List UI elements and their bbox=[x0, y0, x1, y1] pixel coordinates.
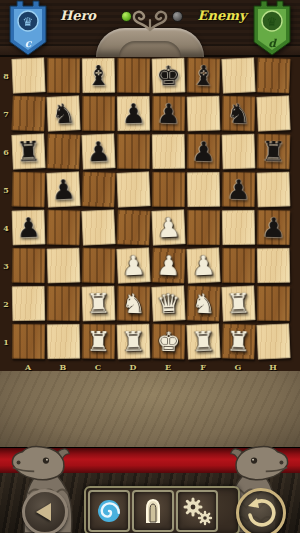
undo-button[interactable] bbox=[236, 488, 286, 533]
dark-tile bbox=[12, 248, 46, 284]
dark-tile: ♚ bbox=[152, 324, 186, 360]
piece-white-pawn[interactable]: ♟ bbox=[191, 252, 216, 280]
piece-black-king[interactable]: ♚ bbox=[156, 62, 181, 90]
light-tile bbox=[81, 209, 116, 245]
light-tile bbox=[257, 248, 291, 284]
light-tile: ♜ bbox=[186, 323, 221, 359]
light-tile bbox=[47, 324, 81, 360]
square-f5[interactable] bbox=[186, 171, 221, 209]
light-tile bbox=[186, 95, 220, 131]
square-g1[interactable]: ♜ bbox=[221, 323, 256, 361]
square-e3[interactable]: ♟ bbox=[151, 247, 186, 285]
square-c8[interactable]: ♝ bbox=[81, 57, 116, 95]
light-tile: ♟ bbox=[151, 209, 185, 245]
light-tile: ♜ bbox=[81, 285, 115, 321]
square-g5[interactable]: ♟ bbox=[221, 171, 256, 209]
square-b8[interactable] bbox=[46, 57, 81, 95]
blue-spiral-icon bbox=[93, 495, 125, 527]
dark-tile bbox=[47, 210, 81, 246]
dark-tile bbox=[222, 248, 256, 284]
piece-black-bishop[interactable]: ♝ bbox=[86, 62, 111, 90]
light-tile bbox=[46, 247, 80, 283]
light-tile: ♟ bbox=[116, 247, 151, 283]
square-a6[interactable]: ♜ bbox=[11, 133, 46, 171]
piece-black-knight[interactable]: ♞ bbox=[226, 100, 251, 128]
square-g4[interactable] bbox=[221, 209, 256, 247]
square-h3[interactable] bbox=[256, 247, 291, 285]
rank-label-6: 6 bbox=[2, 147, 10, 157]
arch-door-icon bbox=[137, 495, 169, 527]
piece-white-rook[interactable]: ♜ bbox=[226, 290, 251, 318]
piece-white-rook[interactable]: ♜ bbox=[191, 327, 216, 355]
piece-white-knight[interactable]: ♞ bbox=[191, 290, 216, 318]
square-h2[interactable] bbox=[256, 285, 291, 323]
square-b2[interactable] bbox=[46, 285, 81, 323]
parchment-panel bbox=[0, 371, 300, 448]
piece-white-rook[interactable]: ♜ bbox=[86, 290, 111, 318]
piece-white-knight[interactable]: ♞ bbox=[121, 290, 146, 318]
light-tile bbox=[256, 171, 290, 207]
square-h1[interactable] bbox=[256, 323, 291, 361]
rank-label-7: 7 bbox=[2, 109, 10, 119]
piece-black-rook[interactable]: ♜ bbox=[16, 137, 41, 165]
square-a3[interactable] bbox=[11, 247, 46, 285]
square-c2[interactable]: ♜ bbox=[81, 285, 116, 323]
dark-tile: ♝ bbox=[187, 58, 221, 94]
square-f1[interactable]: ♜ bbox=[186, 323, 221, 361]
square-g3[interactable] bbox=[221, 247, 256, 285]
square-e4[interactable]: ♟ bbox=[151, 209, 186, 247]
square-a1[interactable] bbox=[11, 323, 46, 361]
light-tile: ♜ bbox=[116, 323, 150, 359]
square-d5[interactable] bbox=[116, 171, 151, 209]
square-a7[interactable] bbox=[11, 95, 46, 133]
undo-arrow-icon bbox=[244, 496, 278, 530]
light-tile: ♜ bbox=[221, 285, 255, 321]
dark-tile: ♜ bbox=[257, 134, 291, 170]
square-e5[interactable] bbox=[151, 171, 186, 209]
light-tile: ♟ bbox=[186, 247, 220, 283]
square-c6[interactable]: ♟ bbox=[81, 133, 116, 171]
light-tile bbox=[222, 210, 256, 246]
square-f4[interactable] bbox=[186, 209, 221, 247]
dark-tile: ♞ bbox=[186, 285, 220, 321]
square-h7[interactable] bbox=[256, 95, 291, 133]
square-d2[interactable]: ♞ bbox=[116, 285, 151, 323]
piece-black-rook[interactable]: ♜ bbox=[261, 138, 286, 166]
square-f8[interactable]: ♝ bbox=[186, 57, 221, 95]
square-e2[interactable]: ♛ bbox=[151, 285, 186, 323]
light-tile: ♟ bbox=[81, 133, 115, 169]
dark-tile bbox=[12, 172, 46, 208]
dark-tile: ♜ bbox=[221, 323, 255, 359]
themes-button[interactable] bbox=[132, 490, 174, 532]
dark-tile: ♟ bbox=[257, 210, 291, 246]
light-tile bbox=[256, 323, 290, 359]
piece-white-king[interactable]: ♚ bbox=[156, 328, 181, 356]
dark-tile: ♟ bbox=[151, 247, 185, 283]
enemy-banner-letter: d bbox=[268, 37, 277, 50]
square-a5[interactable] bbox=[11, 171, 46, 209]
square-e6[interactable] bbox=[151, 133, 186, 171]
light-tile: ♜ bbox=[11, 133, 46, 169]
piece-white-rook[interactable]: ♜ bbox=[121, 328, 146, 356]
light-tile: ♛ bbox=[151, 285, 186, 321]
square-d3[interactable]: ♟ bbox=[116, 247, 151, 285]
square-h8[interactable] bbox=[256, 57, 291, 95]
piece-black-knight[interactable]: ♞ bbox=[51, 100, 76, 128]
rank-label-2: 2 bbox=[2, 299, 10, 309]
piece-black-bishop[interactable]: ♝ bbox=[191, 62, 216, 90]
dark-tile bbox=[187, 210, 221, 246]
light-tile bbox=[152, 134, 186, 170]
square-f6[interactable]: ♟ bbox=[186, 133, 221, 171]
square-b7[interactable]: ♞ bbox=[46, 95, 81, 133]
dark-tile bbox=[117, 134, 151, 170]
scroll-ornament-icon bbox=[127, 8, 173, 32]
dark-tile bbox=[12, 324, 46, 360]
dark-tile: ♜ bbox=[82, 324, 116, 360]
enemy-name: Enemy bbox=[192, 8, 252, 23]
dark-tile bbox=[11, 95, 45, 131]
back-button[interactable] bbox=[22, 489, 68, 533]
piece-black-pawn[interactable]: ♟ bbox=[156, 100, 181, 128]
light-tile: ♟ bbox=[11, 209, 45, 245]
enemy-banner: ♛ d bbox=[252, 0, 292, 57]
piece-black-pawn[interactable]: ♟ bbox=[51, 175, 76, 203]
piece-white-pawn[interactable]: ♟ bbox=[121, 251, 146, 279]
settings-button[interactable] bbox=[176, 490, 218, 532]
square-d4[interactable] bbox=[116, 209, 151, 247]
dark-tile bbox=[47, 58, 81, 94]
piece-white-pawn[interactable]: ♟ bbox=[156, 214, 181, 242]
square-b6[interactable] bbox=[46, 133, 81, 171]
square-h5[interactable] bbox=[256, 171, 291, 209]
square-c1[interactable]: ♜ bbox=[81, 323, 116, 361]
square-e8[interactable]: ♚ bbox=[151, 57, 186, 95]
light-tile: ♚ bbox=[151, 57, 185, 93]
square-g2[interactable]: ♜ bbox=[221, 285, 256, 323]
square-d6[interactable] bbox=[116, 133, 151, 171]
square-f2[interactable]: ♞ bbox=[186, 285, 221, 323]
dark-tile bbox=[116, 209, 150, 245]
light-tile: ♟ bbox=[46, 171, 81, 207]
piece-black-pawn[interactable]: ♟ bbox=[191, 138, 216, 166]
gears-icon bbox=[181, 495, 213, 527]
square-d8[interactable] bbox=[116, 57, 151, 95]
piece-black-pawn[interactable]: ♟ bbox=[86, 138, 111, 166]
rank-label-8: 8 bbox=[2, 71, 10, 81]
left-triangle-icon bbox=[36, 503, 51, 521]
hero-emblem-icon: ♛ bbox=[23, 15, 34, 29]
square-a2[interactable] bbox=[11, 285, 46, 323]
enemy-turn-indicator bbox=[172, 11, 183, 22]
light-tile: ♟ bbox=[117, 96, 151, 132]
piece-black-pawn[interactable]: ♟ bbox=[16, 214, 41, 242]
light-tile: ♝ bbox=[82, 58, 116, 94]
dark-tile bbox=[256, 57, 290, 93]
piece-black-pawn[interactable]: ♟ bbox=[261, 214, 286, 242]
rank-label-5: 5 bbox=[2, 185, 10, 195]
rank-label-4: 4 bbox=[2, 223, 10, 233]
stone-arch-recess bbox=[119, 41, 181, 57]
hint-button[interactable] bbox=[88, 490, 130, 532]
light-tile bbox=[116, 171, 150, 207]
square-d1[interactable]: ♜ bbox=[116, 323, 151, 361]
square-f3[interactable]: ♟ bbox=[186, 247, 221, 285]
hero-turn-indicator bbox=[121, 11, 132, 22]
square-a8[interactable] bbox=[11, 57, 46, 95]
square-f7[interactable] bbox=[186, 95, 221, 133]
piece-black-pawn[interactable]: ♟ bbox=[121, 100, 146, 128]
dark-tile: ♟ bbox=[222, 172, 256, 208]
piece-white-rook[interactable]: ♜ bbox=[86, 328, 111, 356]
piece-white-rook[interactable]: ♜ bbox=[226, 328, 251, 356]
rank-label-3: 3 bbox=[2, 261, 10, 271]
dark-tile bbox=[117, 58, 151, 94]
square-d7[interactable]: ♟ bbox=[116, 95, 151, 133]
square-c3[interactable] bbox=[81, 247, 116, 285]
square-b4[interactable] bbox=[46, 209, 81, 247]
light-tile bbox=[221, 133, 255, 169]
dark-tile bbox=[81, 171, 115, 207]
square-g7[interactable]: ♞ bbox=[221, 95, 256, 133]
dark-tile: ♟ bbox=[152, 96, 186, 132]
piece-black-pawn[interactable]: ♟ bbox=[226, 176, 251, 204]
square-b3[interactable] bbox=[46, 247, 81, 285]
light-tile bbox=[187, 172, 221, 208]
square-c4[interactable] bbox=[81, 209, 116, 247]
square-b1[interactable] bbox=[46, 323, 81, 361]
square-g6[interactable] bbox=[221, 133, 256, 171]
square-e7[interactable]: ♟ bbox=[151, 95, 186, 133]
square-b5[interactable]: ♟ bbox=[46, 171, 81, 209]
dark-tile bbox=[82, 96, 116, 132]
light-tile bbox=[12, 286, 46, 322]
dark-tile: ♟ bbox=[187, 134, 221, 170]
enemy-emblem-icon: ♛ bbox=[267, 15, 278, 29]
app-screen: Hero Enemy ♛ c ♛ d ♝♚♝♞♟♟♞♜♟♟♜♟♟♟♟♟♟♟♟♜♞… bbox=[0, 0, 300, 533]
chess-board[interactable]: ♝♚♝♞♟♟♞♜♟♟♜♟♟♟♟♟♟♟♟♜♞♛♞♜♜♜♚♜♜ bbox=[11, 57, 291, 361]
dark-tile bbox=[46, 133, 80, 169]
hero-name: Hero bbox=[50, 8, 106, 23]
square-g8[interactable] bbox=[221, 57, 256, 95]
light-tile bbox=[256, 95, 291, 131]
rank-label-1: 1 bbox=[2, 337, 10, 347]
square-e1[interactable]: ♚ bbox=[151, 323, 186, 361]
square-c7[interactable] bbox=[81, 95, 116, 133]
square-h4[interactable]: ♟ bbox=[256, 209, 291, 247]
dark-tile: ♞ bbox=[222, 96, 256, 132]
piece-white-pawn[interactable]: ♟ bbox=[156, 252, 181, 280]
light-tile: ♞ bbox=[46, 95, 80, 131]
piece-white-queen[interactable]: ♛ bbox=[156, 289, 181, 317]
dark-tile bbox=[152, 172, 186, 208]
light-tile bbox=[11, 57, 45, 93]
dark-tile bbox=[82, 248, 116, 284]
square-a4[interactable]: ♟ bbox=[11, 209, 46, 247]
light-tile bbox=[221, 57, 256, 93]
dark-tile: ♞ bbox=[117, 286, 151, 322]
hero-banner: ♛ c bbox=[8, 0, 48, 57]
dark-tile bbox=[257, 286, 291, 322]
square-h6[interactable]: ♜ bbox=[256, 133, 291, 171]
square-c5[interactable] bbox=[81, 171, 116, 209]
dark-tile bbox=[47, 286, 81, 322]
